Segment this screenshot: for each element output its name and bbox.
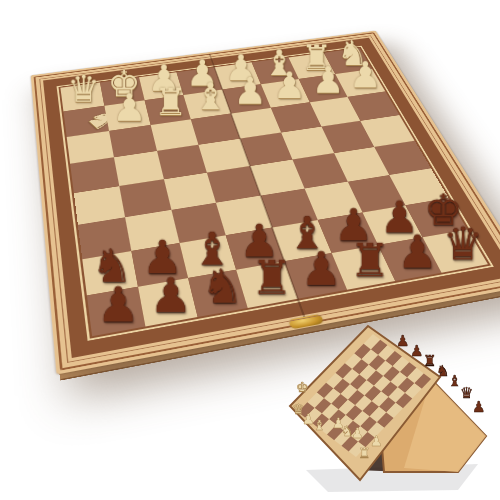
square-e3 — [261, 188, 318, 227]
inset-folded-view: ♚♛♟♝♟♞♟♜♟♟♟♜♞♝♛♟ — [288, 322, 495, 496]
square-f1: ♜ — [331, 245, 394, 290]
white-pawn-c8: ♟ — [144, 59, 184, 97]
square-h1: ♛ — [423, 230, 488, 273]
square-a4 — [74, 186, 125, 224]
square-h2: ♚ — [406, 198, 468, 238]
square-f6 — [270, 102, 321, 133]
black-pawn-b1: ♟ — [144, 270, 196, 320]
inset-light-piece: ♝ — [313, 417, 326, 433]
piece-glyph: ♟ — [147, 59, 180, 97]
white-rook-g8: ♜ — [297, 39, 336, 76]
black-pawn-a1: ♟ — [92, 279, 145, 330]
piece-glyph: ♝ — [263, 44, 295, 81]
square-a1: ♟ — [87, 287, 145, 336]
square-g7: ♟ — [298, 74, 347, 102]
piece-glyph: ♟ — [225, 49, 257, 87]
square-c3 — [171, 203, 226, 243]
square-a3 — [78, 217, 131, 259]
white-bishop-d7: ♝ — [190, 76, 231, 115]
square-a7: ♞ — [63, 106, 108, 137]
white-pawn-d8: ♟ — [183, 54, 222, 92]
white-king-b8: ♚ — [104, 64, 144, 102]
piece-glyph: ♟ — [149, 270, 192, 320]
white-knight-a7-fallen: ♞ — [75, 102, 131, 137]
square-c7: ♜ — [144, 95, 191, 125]
black-king-h2: ♚ — [420, 187, 467, 233]
piece-glyph: ♛ — [67, 69, 100, 108]
piece-glyph: ♟ — [273, 66, 306, 105]
square-c1: ♞ — [188, 270, 248, 317]
white-pawn-f7: ♟ — [269, 66, 309, 105]
piece-glyph: ♟ — [233, 71, 266, 110]
piece-glyph: ♟ — [96, 279, 139, 330]
piece-glyph: ♜ — [300, 39, 332, 76]
square-e1: ♟ — [284, 253, 346, 298]
piece-glyph: ♚ — [107, 64, 140, 102]
square-g8: ♜ — [288, 53, 335, 79]
inset-folded-board-graphic: ♚♛♟♝♟♞♟♜♟♟♟♜♞♝♛♟ — [288, 322, 495, 496]
piece-glyph: ♝ — [194, 76, 227, 115]
square-e4 — [250, 160, 304, 196]
square-b1: ♟ — [138, 278, 197, 326]
board-grid: ♛♚♟♟♟♝♜♞♞♟♜♝♟♟♟♟♞♟♝♟♝♟♟♚♟♟♞♜♟♜♟♛ — [60, 48, 487, 336]
square-g6 — [309, 97, 360, 127]
white-pawn-h7: ♟ — [346, 56, 386, 94]
piece-glyph: ♞ — [337, 34, 368, 71]
inset-dark-piece: ♟ — [410, 342, 423, 360]
square-c2: ♝ — [179, 235, 237, 279]
white-pawn-e7: ♟ — [230, 71, 270, 110]
white-queen-a8: ♛ — [63, 69, 103, 108]
square-d1: ♜ — [236, 261, 297, 307]
square-c6 — [150, 119, 199, 151]
square-b3 — [125, 210, 179, 251]
square-g1: ♟ — [378, 237, 442, 281]
inset-light-piece: ♜ — [358, 445, 371, 461]
inset-light-piece: ♟ — [351, 425, 364, 441]
square-d7: ♝ — [184, 89, 231, 118]
square-b4 — [119, 179, 171, 217]
white-pawn-b7: ♟ — [108, 87, 149, 127]
square-e8: ♟ — [214, 62, 260, 89]
inset-dark-piece: ♜ — [423, 352, 436, 370]
black-bishop-c2: ♝ — [186, 225, 236, 273]
piece-glyph: ♟ — [112, 87, 146, 127]
square-f7: ♟ — [261, 79, 310, 108]
piece-glyph: ♟ — [349, 56, 381, 94]
inset-dark-piece: ♟ — [472, 398, 485, 416]
black-bishop-e2: ♝ — [283, 209, 332, 256]
square-d3 — [216, 195, 272, 234]
square-c8: ♟ — [139, 72, 184, 100]
black-queen-h1: ♛ — [439, 220, 488, 267]
piece-glyph: ♞ — [77, 105, 127, 135]
square-a8: ♛ — [60, 82, 104, 111]
square-b5 — [114, 151, 164, 186]
square-d8: ♟ — [177, 67, 223, 95]
white-knight-h8: ♞ — [334, 34, 372, 71]
black-knight-a2: ♞ — [87, 241, 138, 290]
black-rook-f1: ♜ — [344, 236, 394, 284]
square-d6 — [191, 113, 240, 145]
piece-glyph: ♟ — [186, 54, 218, 92]
inset-light-piece: ♟ — [370, 433, 383, 449]
product-photo: ♛♚♟♟♟♝♜♞♞♟♜♝♟♟♟♟♞♟♝♟♝♟♟♚♟♟♞♜♟♜♟♛ ♚♛♟♝♟♞♟… — [0, 0, 500, 500]
square-e5 — [240, 133, 292, 166]
square-b8: ♚ — [100, 77, 144, 105]
piece-glyph: ♞ — [91, 241, 133, 290]
inset-light-piece: ♚ — [296, 379, 309, 395]
white-pawn-e8: ♟ — [221, 49, 260, 87]
black-pawn-b2: ♟ — [137, 233, 187, 281]
inset-dark-piece: ♟ — [396, 332, 409, 350]
